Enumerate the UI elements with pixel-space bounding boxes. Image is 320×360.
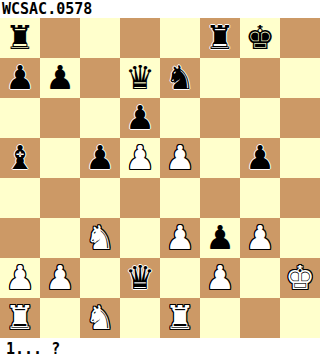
black-knight-e7-piece: ♞ [165,58,195,98]
square-d1[interactable] [120,298,160,338]
square-d8[interactable] [120,18,160,58]
white-knight-c1-piece: ♞ [85,298,115,338]
square-c5[interactable]: ♟ [80,138,120,178]
square-h8[interactable] [280,18,320,58]
square-a3[interactable] [0,218,40,258]
square-g1[interactable] [240,298,280,338]
white-king-h2-piece: ♚ [285,258,315,298]
black-pawn-g5-piece: ♟ [245,138,275,178]
square-b7[interactable]: ♟ [40,58,80,98]
square-e5[interactable]: ♟ [160,138,200,178]
white-pawn-e5-piece: ♟ [165,138,195,178]
square-d4[interactable] [120,178,160,218]
square-h5[interactable] [280,138,320,178]
square-c2[interactable] [80,258,120,298]
square-b6[interactable] [40,98,80,138]
square-b3[interactable] [40,218,80,258]
black-bishop-a5-piece: ♝ [5,138,35,178]
black-king-g8-piece: ♚ [245,18,275,58]
white-pawn-f2-piece: ♟ [205,258,235,298]
white-pawn-a2-piece: ♟ [5,258,35,298]
black-queen-d2-piece: ♛ [125,258,155,298]
square-f1[interactable] [200,298,240,338]
square-f8[interactable]: ♜ [200,18,240,58]
square-e4[interactable] [160,178,200,218]
square-a4[interactable] [0,178,40,218]
square-f6[interactable] [200,98,240,138]
square-d7[interactable]: ♛ [120,58,160,98]
square-c8[interactable] [80,18,120,58]
white-pawn-g3-piece: ♟ [245,218,275,258]
black-pawn-a7-piece: ♟ [5,58,35,98]
square-d2[interactable]: ♛ [120,258,160,298]
square-a8[interactable]: ♜ [0,18,40,58]
square-f2[interactable]: ♟ [200,258,240,298]
white-pawn-b2-piece: ♟ [45,258,75,298]
black-rook-a8-piece: ♜ [5,18,35,58]
square-h6[interactable] [280,98,320,138]
square-b8[interactable] [40,18,80,58]
square-a6[interactable] [0,98,40,138]
square-b5[interactable] [40,138,80,178]
square-a5[interactable]: ♝ [0,138,40,178]
square-e8[interactable] [160,18,200,58]
square-e6[interactable] [160,98,200,138]
square-d3[interactable] [120,218,160,258]
square-e3[interactable]: ♟ [160,218,200,258]
black-pawn-c5-piece: ♟ [85,138,115,178]
square-g7[interactable] [240,58,280,98]
square-g2[interactable] [240,258,280,298]
white-knight-c3-piece: ♞ [85,218,115,258]
square-b4[interactable] [40,178,80,218]
square-a7[interactable]: ♟ [0,58,40,98]
square-c7[interactable] [80,58,120,98]
square-g3[interactable]: ♟ [240,218,280,258]
move-prompt: 1... ? [0,338,320,360]
white-rook-a1-piece: ♜ [5,298,35,338]
square-b2[interactable]: ♟ [40,258,80,298]
square-f7[interactable] [200,58,240,98]
square-h2[interactable]: ♚ [280,258,320,298]
square-h3[interactable] [280,218,320,258]
square-e7[interactable]: ♞ [160,58,200,98]
square-g4[interactable] [240,178,280,218]
square-h1[interactable] [280,298,320,338]
square-f4[interactable] [200,178,240,218]
square-d6[interactable]: ♟ [120,98,160,138]
square-e1[interactable]: ♜ [160,298,200,338]
square-c1[interactable]: ♞ [80,298,120,338]
square-h7[interactable] [280,58,320,98]
square-a2[interactable]: ♟ [0,258,40,298]
black-pawn-b7-piece: ♟ [45,58,75,98]
square-c4[interactable] [80,178,120,218]
square-e2[interactable] [160,258,200,298]
square-c3[interactable]: ♞ [80,218,120,258]
puzzle-title: WCSAC.0578 [0,0,320,18]
black-rook-f8-piece: ♜ [205,18,235,58]
square-g6[interactable] [240,98,280,138]
white-rook-e1-piece: ♜ [165,298,195,338]
square-b1[interactable] [40,298,80,338]
black-pawn-d6-piece: ♟ [125,98,155,138]
square-a1[interactable]: ♜ [0,298,40,338]
square-h4[interactable] [280,178,320,218]
square-f3[interactable]: ♟ [200,218,240,258]
white-pawn-e3-piece: ♟ [165,218,195,258]
square-g5[interactable]: ♟ [240,138,280,178]
black-pawn-f3-piece: ♟ [205,218,235,258]
square-g8[interactable]: ♚ [240,18,280,58]
chess-board: ♜♜♚♟♟♛♞♟♝♟♟♟♟♞♟♟♟♟♟♛♟♚♜♞♜ [0,18,320,338]
white-pawn-d5-piece: ♟ [125,138,155,178]
black-queen-d7-piece: ♛ [125,58,155,98]
square-d5[interactable]: ♟ [120,138,160,178]
square-f5[interactable] [200,138,240,178]
square-c6[interactable] [80,98,120,138]
